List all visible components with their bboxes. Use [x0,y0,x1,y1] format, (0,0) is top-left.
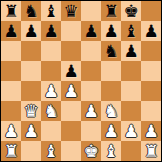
square-f6[interactable]: ♞ [101,41,121,61]
square-b7[interactable]: ♟ [21,21,41,41]
square-g5[interactable] [121,61,141,81]
piece-white-knight[interactable]: ♞ [103,101,118,121]
piece-white-pawn[interactable]: ♟ [143,121,158,141]
square-a8[interactable]: ♜ [1,1,21,21]
square-f3[interactable]: ♞ [101,101,121,121]
square-e5[interactable] [81,61,101,81]
square-e2[interactable] [81,121,101,141]
square-d1[interactable] [61,141,81,161]
square-b4[interactable] [21,81,41,101]
piece-black-knight[interactable]: ♞ [23,1,38,21]
square-d7[interactable] [61,21,81,41]
square-h1[interactable]: ♜ [141,141,161,161]
square-d8[interactable]: ♛ [61,1,81,21]
piece-white-king[interactable]: ♚ [83,141,98,161]
piece-black-pawn[interactable]: ♟ [143,21,158,41]
square-d4[interactable]: ♟ [61,81,81,101]
piece-white-bishop[interactable]: ♝ [103,141,118,161]
square-g2[interactable]: ♟ [121,121,141,141]
piece-black-pawn[interactable]: ♟ [63,61,78,81]
piece-black-pawn[interactable]: ♟ [103,21,118,41]
square-a2[interactable]: ♟ [1,121,21,141]
square-h8[interactable] [141,1,161,21]
piece-white-pawn[interactable]: ♟ [63,81,78,101]
square-e4[interactable] [81,81,101,101]
square-c6[interactable] [41,41,61,61]
piece-white-queen[interactable]: ♛ [23,101,38,121]
square-b3[interactable]: ♛ [21,101,41,121]
chess-board: ♜♞♝♛♜♚♟♟♟♟♟♝♟♞♟♟♟♟♛♞♟♞♟♟♟♟♟♜♝♚♝♜ [0,0,162,162]
piece-white-pawn[interactable]: ♟ [123,121,138,141]
square-h3[interactable] [141,101,161,121]
square-e8[interactable] [81,1,101,21]
piece-white-rook[interactable]: ♜ [3,141,18,161]
piece-black-bishop[interactable]: ♝ [43,1,58,21]
square-d5[interactable]: ♟ [61,61,81,81]
square-d2[interactable] [61,121,81,141]
piece-black-pawn[interactable]: ♟ [123,41,138,61]
square-a5[interactable] [1,61,21,81]
square-g7[interactable]: ♝ [121,21,141,41]
square-b6[interactable] [21,41,41,61]
piece-black-rook[interactable]: ♜ [103,1,118,21]
square-a7[interactable]: ♟ [1,21,21,41]
piece-white-bishop[interactable]: ♝ [43,141,58,161]
square-a6[interactable] [1,41,21,61]
square-e7[interactable]: ♟ [81,21,101,41]
piece-white-rook[interactable]: ♜ [143,141,158,161]
square-e1[interactable]: ♚ [81,141,101,161]
square-f1[interactable]: ♝ [101,141,121,161]
square-f4[interactable] [101,81,121,101]
piece-black-king[interactable]: ♚ [123,1,138,21]
square-c2[interactable] [41,121,61,141]
square-h2[interactable]: ♟ [141,121,161,141]
square-c4[interactable]: ♟ [41,81,61,101]
piece-white-pawn[interactable]: ♟ [23,121,38,141]
piece-black-pawn[interactable]: ♟ [3,21,18,41]
square-g1[interactable] [121,141,141,161]
square-f2[interactable]: ♟ [101,121,121,141]
piece-black-knight[interactable]: ♞ [103,41,118,61]
square-c8[interactable]: ♝ [41,1,61,21]
square-e3[interactable]: ♟ [81,101,101,121]
piece-white-knight[interactable]: ♞ [43,101,58,121]
square-h7[interactable]: ♟ [141,21,161,41]
square-a3[interactable] [1,101,21,121]
square-b8[interactable]: ♞ [21,1,41,21]
square-c1[interactable]: ♝ [41,141,61,161]
piece-white-pawn[interactable]: ♟ [43,81,58,101]
square-b1[interactable] [21,141,41,161]
piece-white-pawn[interactable]: ♟ [3,121,18,141]
piece-white-pawn[interactable]: ♟ [83,101,98,121]
square-h6[interactable] [141,41,161,61]
square-f5[interactable] [101,61,121,81]
square-g3[interactable] [121,101,141,121]
piece-black-queen[interactable]: ♛ [63,1,78,21]
square-e6[interactable] [81,41,101,61]
piece-black-pawn[interactable]: ♟ [43,21,58,41]
square-d6[interactable] [61,41,81,61]
square-a1[interactable]: ♜ [1,141,21,161]
square-d3[interactable] [61,101,81,121]
square-c5[interactable] [41,61,61,81]
square-h5[interactable] [141,61,161,81]
square-g4[interactable] [121,81,141,101]
piece-black-rook[interactable]: ♜ [3,1,18,21]
square-g8[interactable]: ♚ [121,1,141,21]
square-b2[interactable]: ♟ [21,121,41,141]
square-f8[interactable]: ♜ [101,1,121,21]
piece-black-pawn[interactable]: ♟ [83,21,98,41]
piece-black-pawn[interactable]: ♟ [23,21,38,41]
piece-black-bishop[interactable]: ♝ [123,21,138,41]
square-f7[interactable]: ♟ [101,21,121,41]
square-g6[interactable]: ♟ [121,41,141,61]
square-c7[interactable]: ♟ [41,21,61,41]
square-c3[interactable]: ♞ [41,101,61,121]
square-h4[interactable] [141,81,161,101]
piece-white-pawn[interactable]: ♟ [103,121,118,141]
square-a4[interactable] [1,81,21,101]
square-b5[interactable] [21,61,41,81]
